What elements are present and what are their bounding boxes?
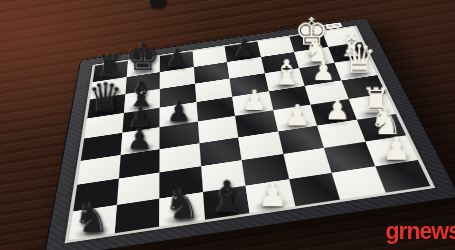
square-d4: ♟ [232,91,273,116]
piece-bB-h5: ♝ [208,174,247,218]
square-e3: ♟ [273,105,317,132]
square-c3: ♝ [264,68,304,91]
board-grid: ♜♚♟♟♚♞♝♛♝♝♟♛♟♟♟♟♟♟♜♞♟♞♞♝♟ [69,27,430,240]
piece-bP-e7: ♟ [127,124,153,153]
piece-bN-h8: ♞ [73,197,110,238]
photo-scene: ♜♚♟♟♚♞♝♛♝♝♟♛♟♟♟♟♟♟♜♞♟♞♞♝♟ grnews [0,0,455,250]
square-e2: ♟ [311,99,357,125]
square-h8: ♞ [69,205,116,240]
piece-wP-g1: ♟ [382,132,411,164]
piece-bP-a4: ♟ [233,35,255,60]
square-h2 [332,166,386,200]
piece-wP-e2: ♟ [324,94,350,123]
square-h6: ♞ [159,192,204,227]
square-h7 [114,198,159,233]
piece-bP-d6: ♟ [166,98,191,126]
square-h5: ♝ [202,185,249,219]
piece-bN-h6: ♞ [163,184,200,225]
piece-bK-a7: ♚ [126,37,160,75]
piece-wP-h4: ♟ [257,178,287,212]
piece-wP-c2: ♟ [311,57,335,84]
square-c8: ♛ [87,94,125,118]
piece-wP-e3: ♟ [284,100,310,129]
piece-wP-d4: ♟ [242,86,267,114]
piece-bQ-c8: ♛ [88,77,123,116]
piece-wB-c3: ♝ [271,54,303,89]
square-h4: ♟ [245,179,294,213]
piece-bP-a6: ♟ [166,45,188,70]
piece-wQ-c1: ♛ [342,39,377,78]
grnews-watermark: grnews [385,218,455,245]
